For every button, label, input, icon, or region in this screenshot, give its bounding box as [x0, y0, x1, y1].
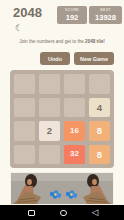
best-value: 13928 [95, 14, 116, 22]
score-box: SCORE 192 [57, 6, 87, 24]
empty-cell-r2c1 [14, 98, 35, 118]
back-triangle-icon[interactable]: ◁ [90, 207, 100, 218]
empty-cell-r1c1 [14, 74, 35, 94]
empty-cell-r2c2 [39, 98, 60, 118]
tile-4-r2c4: 4 [89, 98, 110, 118]
score-label: SCORE [65, 9, 79, 13]
undo-button[interactable]: Undo [40, 52, 70, 65]
empty-cell-r4c1 [14, 145, 35, 165]
best-label: BEST [100, 9, 111, 13]
instruction-text: Join the numbers and get to the 2048 til… [0, 39, 124, 44]
night-mode-moon-icon[interactable]: ☾ [15, 23, 23, 33]
instruction-goal: 2048 tile! [85, 39, 105, 44]
tile-8-r3c4: 8 [89, 121, 110, 141]
empty-cell-r1c4 [89, 74, 110, 94]
ad-image [11, 173, 113, 204]
app-screen: 2048 ☾ SCORE 192 BEST 13928 Join the num… [0, 0, 124, 220]
home-circle-icon[interactable] [60, 210, 67, 217]
empty-cell-r1c2 [39, 74, 60, 94]
score-value: 192 [66, 14, 79, 22]
best-box: BEST 13928 [89, 6, 122, 24]
new-game-button[interactable]: New Game [74, 52, 114, 65]
empty-cell-r1c3 [64, 74, 85, 94]
empty-cell-r4c2 [39, 145, 60, 165]
ad-banner[interactable] [10, 172, 114, 205]
tile-16-r3c3: 16 [64, 121, 85, 141]
recents-square-icon[interactable] [28, 210, 35, 217]
tile-32-r4c3: 32 [64, 145, 85, 165]
tile-8-r4c4: 8 [89, 145, 110, 165]
board-grid[interactable]: 42168328 [10, 70, 114, 168]
android-navbar: ◁ [0, 205, 124, 220]
empty-cell-r3c1 [14, 121, 35, 141]
app-title: 2048 [13, 5, 42, 20]
empty-cell-r2c3 [64, 98, 85, 118]
tile-2-r3c2: 2 [39, 121, 60, 141]
